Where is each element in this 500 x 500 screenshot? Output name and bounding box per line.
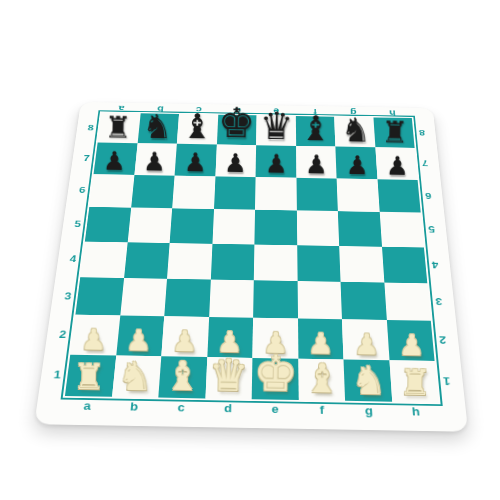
square-e3 [253,280,297,319]
piece-white-rook: ♜ [399,366,431,402]
square-e1: ♚ [252,358,299,400]
square-a3 [75,277,123,315]
chessboard-grid: ♜♞♝♚♛♝♞♜♟♟♟♟♟♟♟♟♟♟♟♟♟♟♟♟♜♞♝♛♚♝♞♜ [65,113,439,403]
piece-white-queen: ♛ [209,353,249,398]
piece-black-pawn: ♟ [224,150,247,176]
square-a5 [85,207,131,242]
square-h4 [382,246,428,283]
piece-black-knight: ♞ [142,109,172,143]
square-h8: ♜ [373,117,415,148]
piece-white-pawn: ♟ [80,325,106,354]
coord-rank-right-4: 4 [430,247,440,283]
square-h6 [377,179,421,213]
square-f6 [296,178,338,212]
square-g2: ♟ [342,319,389,359]
piece-black-king: ♚ [218,102,256,144]
piece-white-pawn: ♟ [308,329,334,358]
square-c2: ♟ [161,316,208,356]
square-e5 [254,210,296,245]
coord-file-bottom-c: c [157,401,205,413]
square-e7: ♟ [256,145,297,177]
square-g8: ♞ [334,117,375,148]
coord-rank-right-7: 7 [420,148,429,180]
coord-rank-left-5: 5 [72,207,83,241]
piece-white-king: ♚ [253,349,298,399]
square-b2: ♟ [116,316,164,356]
square-f2: ♟ [298,319,344,359]
square-b5 [127,208,172,243]
square-c3 [164,279,210,317]
square-e4 [254,244,297,281]
square-g6 [337,178,380,212]
coord-file-bottom-f: f [298,404,345,416]
square-a8: ♜ [98,113,141,144]
coord-rank-right-8: 8 [418,118,427,148]
square-d8: ♚ [216,115,256,146]
square-f7: ♟ [296,146,337,178]
square-a2: ♟ [70,315,120,355]
piece-white-pawn: ♟ [353,330,379,359]
square-d5 [212,209,255,244]
coord-rank-left-4: 4 [67,241,78,277]
coord-file-bottom-b: b [110,400,158,412]
square-b1: ♞ [112,355,162,397]
piece-white-rook: ♜ [73,360,105,396]
product-photo: abcdefgh 87654321 ♜♞♝♚♛♝♞♜♟♟♟♟♟♟♟♟♟♟♟♟♟♟… [0,0,500,500]
coord-rank-left-1: 1 [51,354,64,396]
square-h7: ♟ [375,148,418,180]
coord-file-bottom-a: a [63,400,111,412]
square-f4 [297,245,341,282]
square-h3 [384,282,431,321]
square-g3 [341,282,387,321]
coord-file-bottom-e: e [251,403,298,415]
coord-rank-left-2: 2 [57,315,69,355]
square-d7: ♟ [215,145,256,177]
piece-black-pawn: ♟ [143,149,166,175]
piece-white-bishop: ♝ [164,357,201,398]
square-d6 [214,176,256,210]
coord-rank-left-7: 7 [81,142,91,173]
coord-rank-left-8: 8 [86,112,96,142]
coord-file-bottom-h: h [392,405,440,417]
file-labels-bottom: abcdefgh [61,396,441,431]
square-c1: ♝ [158,356,207,398]
coord-rank-left-6: 6 [77,174,88,207]
square-a6 [89,174,134,208]
square-b4 [124,242,170,279]
square-c4 [167,243,212,280]
piece-black-pawn: ♟ [102,148,125,174]
square-f3 [297,281,342,320]
piece-black-rook: ♜ [381,117,408,147]
square-b8: ♞ [137,113,179,144]
square-e6 [255,177,296,211]
piece-white-pawn: ♟ [399,331,425,360]
square-h1: ♜ [389,360,438,403]
piece-black-pawn: ♟ [305,152,328,178]
coord-rank-right-2: 2 [437,321,448,361]
square-c6 [172,176,215,210]
square-b3 [120,278,167,316]
coord-rank-right-6: 6 [424,180,434,213]
piece-white-knight: ♞ [351,361,387,401]
chessboard: abcdefgh 87654321 ♜♞♝♚♛♝♞♜♟♟♟♟♟♟♟♟♟♟♟♟♟♟… [34,102,468,432]
piece-white-pawn: ♟ [126,326,152,355]
piece-white-bishop: ♝ [304,359,341,400]
piece-black-pawn: ♟ [386,153,409,179]
square-g1: ♞ [343,359,391,402]
square-c7: ♟ [175,144,217,176]
square-b6 [131,175,175,209]
square-g5 [338,211,382,246]
square-g7: ♟ [335,147,377,179]
piece-black-pawn: ♟ [264,151,287,177]
piece-black-rook: ♜ [104,112,131,142]
coord-rank-right-1: 1 [441,361,452,403]
board-tilt-wrapper: abcdefgh 87654321 ♜♞♝♚♛♝♞♜♟♟♟♟♟♟♟♟♟♟♟♟♟♟… [34,0,476,432]
square-d3 [209,279,254,318]
piece-black-bishop: ♝ [300,111,331,146]
square-c8: ♝ [177,114,218,145]
square-h2: ♟ [386,320,434,360]
piece-white-pawn: ♟ [171,327,197,356]
coord-rank-right-5: 5 [427,213,437,248]
square-f5 [296,211,339,246]
piece-white-knight: ♞ [117,357,153,397]
square-f8: ♝ [295,116,335,147]
piece-black-bishop: ♝ [181,109,212,144]
coord-file-bottom-d: d [204,402,251,414]
square-a4 [80,241,127,278]
square-g4 [339,246,384,283]
square-d1: ♛ [205,357,252,399]
square-h5 [379,212,424,247]
square-c5 [170,208,214,243]
square-f1: ♝ [298,358,345,400]
square-d4 [210,243,254,280]
piece-black-queen: ♛ [259,107,293,145]
square-a1: ♜ [65,354,116,396]
coord-file-bottom-g: g [345,404,393,416]
coord-rank-right-3: 3 [434,283,444,321]
square-a7: ♟ [94,143,138,175]
square-b7: ♟ [134,143,177,175]
square-e8: ♛ [256,115,296,146]
coord-rank-left-3: 3 [62,277,74,315]
piece-black-pawn: ♟ [345,152,368,178]
piece-black-knight: ♞ [340,113,370,147]
piece-black-pawn: ♟ [183,149,206,175]
